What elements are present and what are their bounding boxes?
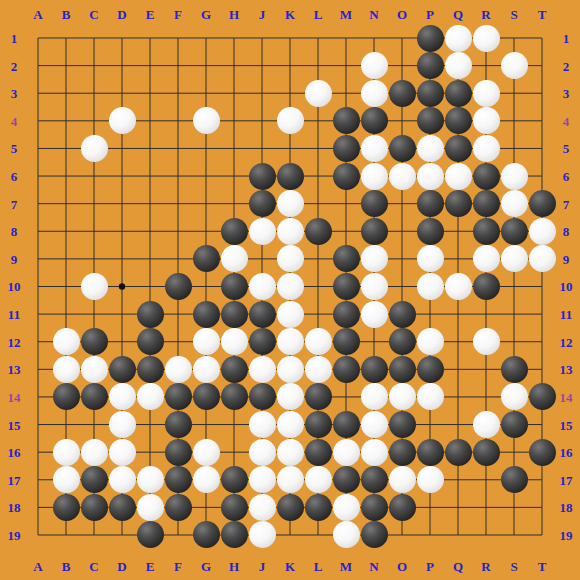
white-stone (249, 273, 276, 300)
black-stone (165, 439, 192, 466)
black-stone (501, 411, 528, 438)
black-stone (473, 439, 500, 466)
white-stone (361, 52, 388, 79)
black-stone (473, 163, 500, 190)
black-stone (473, 190, 500, 217)
row-label-right: 11 (560, 308, 572, 321)
go-app-window: AABBCCDDEEFFGGHHJJKKLLMMNNOOPPQQRRSSTT11… (0, 0, 580, 580)
go-board[interactable] (0, 0, 580, 580)
white-stone (53, 328, 80, 355)
white-stone (417, 163, 444, 190)
black-stone (277, 494, 304, 521)
row-label-left: 19 (8, 528, 21, 541)
black-stone (137, 521, 164, 548)
black-stone (501, 356, 528, 383)
black-stone (333, 301, 360, 328)
row-label-left: 9 (11, 252, 18, 265)
white-stone (501, 52, 528, 79)
row-label-left: 7 (11, 197, 18, 210)
column-label-top: Q (453, 8, 463, 21)
white-stone (137, 466, 164, 493)
black-stone (165, 466, 192, 493)
column-label-bottom: L (314, 560, 323, 573)
black-stone (501, 218, 528, 245)
white-stone (361, 80, 388, 107)
black-stone (445, 190, 472, 217)
white-stone (109, 107, 136, 134)
white-stone (305, 466, 332, 493)
black-stone (417, 107, 444, 134)
black-stone (109, 356, 136, 383)
black-stone (473, 273, 500, 300)
row-label-right: 3 (563, 87, 570, 100)
white-stone (501, 245, 528, 272)
white-stone (473, 80, 500, 107)
white-stone (389, 383, 416, 410)
white-stone (361, 135, 388, 162)
row-label-right: 14 (560, 390, 573, 403)
black-stone (501, 466, 528, 493)
white-stone (109, 383, 136, 410)
column-label-bottom: R (481, 560, 490, 573)
black-stone (417, 80, 444, 107)
row-label-right: 16 (560, 446, 573, 459)
white-stone (81, 273, 108, 300)
black-stone (389, 80, 416, 107)
black-stone (81, 328, 108, 355)
row-label-right: 19 (560, 528, 573, 541)
white-stone (417, 383, 444, 410)
black-stone (445, 107, 472, 134)
white-stone (193, 328, 220, 355)
row-label-left: 10 (8, 280, 21, 293)
column-label-bottom: K (285, 560, 295, 573)
column-label-top: N (369, 8, 378, 21)
black-stone (333, 273, 360, 300)
column-label-top: H (229, 8, 239, 21)
white-stone (445, 273, 472, 300)
row-label-left: 11 (8, 308, 20, 321)
column-label-top: F (174, 8, 182, 21)
white-stone (473, 25, 500, 52)
black-stone (445, 80, 472, 107)
white-stone (445, 25, 472, 52)
column-label-bottom: C (89, 560, 98, 573)
black-stone (193, 521, 220, 548)
white-stone (109, 411, 136, 438)
column-label-bottom: M (340, 560, 352, 573)
white-stone (249, 411, 276, 438)
column-label-top: J (259, 8, 266, 21)
white-stone (417, 328, 444, 355)
row-label-left: 14 (8, 390, 21, 403)
black-stone (473, 218, 500, 245)
white-stone (473, 411, 500, 438)
white-stone (389, 466, 416, 493)
row-label-left: 6 (11, 170, 18, 183)
black-stone (333, 466, 360, 493)
black-stone (221, 494, 248, 521)
row-label-right: 2 (563, 59, 570, 72)
black-stone (389, 328, 416, 355)
black-stone (333, 411, 360, 438)
white-stone (333, 521, 360, 548)
white-stone (249, 356, 276, 383)
row-label-right: 7 (563, 197, 570, 210)
column-label-bottom: S (510, 560, 517, 573)
row-label-left: 3 (11, 87, 18, 100)
black-stone (361, 521, 388, 548)
row-label-right: 15 (560, 418, 573, 431)
black-stone (389, 439, 416, 466)
black-stone (109, 494, 136, 521)
white-stone (277, 466, 304, 493)
black-stone (305, 383, 332, 410)
white-stone (277, 439, 304, 466)
column-label-top: G (201, 8, 211, 21)
white-stone (445, 163, 472, 190)
column-label-top: A (33, 8, 42, 21)
black-stone (305, 494, 332, 521)
black-stone (221, 301, 248, 328)
white-stone (361, 245, 388, 272)
row-label-right: 8 (563, 225, 570, 238)
row-label-right: 12 (560, 335, 573, 348)
black-stone (333, 245, 360, 272)
row-label-left: 17 (8, 473, 21, 486)
black-stone (277, 163, 304, 190)
white-stone (361, 163, 388, 190)
column-label-top: E (146, 8, 155, 21)
white-stone (249, 218, 276, 245)
column-label-top: P (426, 8, 434, 21)
black-stone (81, 466, 108, 493)
column-label-bottom: Q (453, 560, 463, 573)
row-label-right: 4 (563, 114, 570, 127)
row-label-left: 12 (8, 335, 21, 348)
black-stone (361, 494, 388, 521)
black-stone (249, 190, 276, 217)
row-label-left: 13 (8, 363, 21, 376)
black-stone (165, 273, 192, 300)
white-stone (221, 328, 248, 355)
white-stone (501, 190, 528, 217)
black-stone (333, 328, 360, 355)
black-stone (193, 301, 220, 328)
white-stone (109, 439, 136, 466)
white-stone (501, 383, 528, 410)
black-stone (81, 494, 108, 521)
row-label-left: 2 (11, 59, 18, 72)
black-stone (389, 356, 416, 383)
column-label-top: T (538, 8, 547, 21)
black-stone (165, 494, 192, 521)
row-label-left: 5 (11, 142, 18, 155)
white-stone (417, 466, 444, 493)
white-stone (221, 245, 248, 272)
black-stone (305, 218, 332, 245)
row-label-right: 17 (560, 473, 573, 486)
black-stone (137, 356, 164, 383)
row-label-right: 13 (560, 363, 573, 376)
black-stone (249, 163, 276, 190)
white-stone (501, 163, 528, 190)
white-stone (249, 439, 276, 466)
column-label-bottom: T (538, 560, 547, 573)
column-label-bottom: E (146, 560, 155, 573)
row-label-right: 6 (563, 170, 570, 183)
column-label-top: K (285, 8, 295, 21)
row-label-right: 18 (560, 501, 573, 514)
row-label-left: 15 (8, 418, 21, 431)
black-stone (529, 439, 556, 466)
star-point (119, 283, 125, 289)
black-stone (389, 301, 416, 328)
black-stone (333, 356, 360, 383)
black-stone (165, 411, 192, 438)
row-label-left: 1 (11, 32, 18, 45)
white-stone (361, 383, 388, 410)
black-stone (221, 466, 248, 493)
column-label-top: S (510, 8, 517, 21)
white-stone (81, 439, 108, 466)
black-stone (165, 383, 192, 410)
black-stone (193, 245, 220, 272)
row-label-right: 10 (560, 280, 573, 293)
black-stone (361, 356, 388, 383)
white-stone (277, 301, 304, 328)
white-stone (277, 328, 304, 355)
black-stone (53, 383, 80, 410)
white-stone (417, 273, 444, 300)
white-stone (53, 356, 80, 383)
column-label-bottom: P (426, 560, 434, 573)
white-stone (193, 107, 220, 134)
black-stone (249, 328, 276, 355)
white-stone (277, 383, 304, 410)
white-stone (529, 245, 556, 272)
row-label-left: 16 (8, 446, 21, 459)
black-stone (137, 301, 164, 328)
row-label-right: 1 (563, 32, 570, 45)
white-stone (193, 466, 220, 493)
row-label-right: 9 (563, 252, 570, 265)
white-stone (249, 494, 276, 521)
white-stone (473, 328, 500, 355)
column-label-top: D (117, 8, 126, 21)
white-stone (361, 301, 388, 328)
black-stone (221, 521, 248, 548)
column-label-bottom: J (259, 560, 266, 573)
white-stone (277, 190, 304, 217)
white-stone (53, 439, 80, 466)
black-stone (417, 356, 444, 383)
black-stone (361, 190, 388, 217)
column-label-bottom: A (33, 560, 42, 573)
white-stone (109, 466, 136, 493)
black-stone (221, 383, 248, 410)
black-stone (445, 439, 472, 466)
white-stone (277, 218, 304, 245)
column-label-top: C (89, 8, 98, 21)
black-stone (333, 135, 360, 162)
white-stone (81, 356, 108, 383)
white-stone (389, 163, 416, 190)
white-stone (417, 135, 444, 162)
black-stone (81, 383, 108, 410)
column-label-top: L (314, 8, 323, 21)
white-stone (333, 494, 360, 521)
white-stone (445, 52, 472, 79)
black-stone (333, 163, 360, 190)
white-stone (277, 411, 304, 438)
white-stone (277, 356, 304, 383)
black-stone (417, 25, 444, 52)
white-stone (193, 439, 220, 466)
white-stone (529, 218, 556, 245)
row-label-right: 5 (563, 142, 570, 155)
column-label-bottom: B (62, 560, 71, 573)
black-stone (417, 439, 444, 466)
white-stone (165, 356, 192, 383)
white-stone (361, 273, 388, 300)
white-stone (277, 273, 304, 300)
black-stone (221, 273, 248, 300)
black-stone (249, 383, 276, 410)
white-stone (137, 383, 164, 410)
row-label-left: 18 (8, 501, 21, 514)
white-stone (305, 328, 332, 355)
column-label-bottom: G (201, 560, 211, 573)
black-stone (417, 190, 444, 217)
column-label-bottom: H (229, 560, 239, 573)
black-stone (389, 135, 416, 162)
black-stone (389, 494, 416, 521)
white-stone (333, 439, 360, 466)
white-stone (249, 521, 276, 548)
column-label-bottom: N (369, 560, 378, 573)
white-stone (305, 356, 332, 383)
white-stone (473, 107, 500, 134)
black-stone (221, 356, 248, 383)
column-label-bottom: D (117, 560, 126, 573)
row-label-left: 4 (11, 114, 18, 127)
black-stone (417, 52, 444, 79)
white-stone (277, 107, 304, 134)
column-label-top: R (481, 8, 490, 21)
black-stone (361, 107, 388, 134)
column-label-top: B (62, 8, 71, 21)
white-stone (473, 135, 500, 162)
white-stone (137, 494, 164, 521)
white-stone (249, 466, 276, 493)
white-stone (361, 411, 388, 438)
black-stone (445, 135, 472, 162)
black-stone (221, 218, 248, 245)
white-stone (53, 466, 80, 493)
black-stone (361, 466, 388, 493)
black-stone (249, 301, 276, 328)
black-stone (137, 328, 164, 355)
black-stone (389, 411, 416, 438)
white-stone (361, 439, 388, 466)
black-stone (529, 190, 556, 217)
column-label-bottom: F (174, 560, 182, 573)
black-stone (53, 494, 80, 521)
black-stone (305, 439, 332, 466)
black-stone (305, 411, 332, 438)
white-stone (277, 245, 304, 272)
column-label-bottom: O (397, 560, 407, 573)
column-label-top: O (397, 8, 407, 21)
black-stone (417, 218, 444, 245)
white-stone (305, 80, 332, 107)
white-stone (81, 135, 108, 162)
column-label-top: M (340, 8, 352, 21)
black-stone (193, 383, 220, 410)
black-stone (529, 383, 556, 410)
black-stone (333, 107, 360, 134)
row-label-left: 8 (11, 225, 18, 238)
white-stone (417, 245, 444, 272)
black-stone (361, 218, 388, 245)
white-stone (473, 245, 500, 272)
white-stone (193, 356, 220, 383)
